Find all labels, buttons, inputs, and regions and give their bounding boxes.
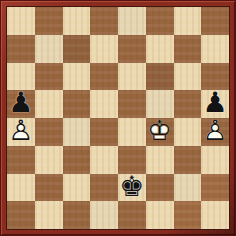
square-g6[interactable] [174, 63, 202, 91]
square-e7[interactable] [118, 35, 146, 63]
square-d3[interactable] [90, 146, 118, 174]
square-d4[interactable] [90, 118, 118, 146]
white-pawn-outline: ♙ [8, 117, 33, 145]
square-a3[interactable] [7, 146, 35, 174]
square-g3[interactable] [174, 146, 202, 174]
square-h7[interactable] [201, 35, 229, 63]
square-c6[interactable] [63, 63, 91, 91]
square-b3[interactable] [35, 146, 63, 174]
square-d8[interactable] [90, 7, 118, 35]
square-b6[interactable] [35, 63, 63, 91]
square-h4[interactable]: ♟♙ [201, 118, 229, 146]
square-c5[interactable] [63, 90, 91, 118]
square-d2[interactable] [90, 174, 118, 202]
chess-board: ♟♟♟♙♚♔♟♙♚ [7, 7, 229, 229]
square-f8[interactable] [146, 7, 174, 35]
square-g5[interactable] [174, 90, 202, 118]
square-b2[interactable] [35, 174, 63, 202]
square-a1[interactable] [7, 201, 35, 229]
square-b4[interactable] [35, 118, 63, 146]
square-g2[interactable] [174, 174, 202, 202]
white-pawn[interactable]: ♟♙ [7, 118, 35, 146]
square-f2[interactable] [146, 174, 174, 202]
square-b7[interactable] [35, 35, 63, 63]
white-king-outline: ♔ [147, 117, 172, 145]
square-f4[interactable]: ♚♔ [146, 118, 174, 146]
square-a2[interactable] [7, 174, 35, 202]
square-h3[interactable] [201, 146, 229, 174]
white-king[interactable]: ♚♔ [146, 118, 174, 146]
square-c4[interactable] [63, 118, 91, 146]
square-c8[interactable] [63, 7, 91, 35]
square-g8[interactable] [174, 7, 202, 35]
square-a4[interactable]: ♟♙ [7, 118, 35, 146]
square-e2[interactable]: ♚ [118, 174, 146, 202]
square-h8[interactable] [201, 7, 229, 35]
board-frame: ♟♟♟♙♚♔♟♙♚ [0, 0, 236, 236]
square-e8[interactable] [118, 7, 146, 35]
square-c3[interactable] [63, 146, 91, 174]
square-d7[interactable] [90, 35, 118, 63]
square-e6[interactable] [118, 63, 146, 91]
black-king[interactable]: ♚ [118, 174, 146, 202]
square-a8[interactable] [7, 7, 35, 35]
square-b8[interactable] [35, 7, 63, 35]
white-pawn[interactable]: ♟♙ [201, 118, 229, 146]
square-a7[interactable] [7, 35, 35, 63]
square-h1[interactable] [201, 201, 229, 229]
square-e5[interactable] [118, 90, 146, 118]
square-c1[interactable] [63, 201, 91, 229]
square-g1[interactable] [174, 201, 202, 229]
square-e1[interactable] [118, 201, 146, 229]
square-f1[interactable] [146, 201, 174, 229]
square-g4[interactable] [174, 118, 202, 146]
square-g7[interactable] [174, 35, 202, 63]
square-f3[interactable] [146, 146, 174, 174]
square-d5[interactable] [90, 90, 118, 118]
square-e4[interactable] [118, 118, 146, 146]
white-pawn-outline: ♙ [203, 117, 228, 145]
square-d1[interactable] [90, 201, 118, 229]
black-king-glyph: ♚ [119, 173, 144, 201]
square-b5[interactable] [35, 90, 63, 118]
square-c2[interactable] [63, 174, 91, 202]
square-d6[interactable] [90, 63, 118, 91]
square-f7[interactable] [146, 35, 174, 63]
square-f6[interactable] [146, 63, 174, 91]
square-h2[interactable] [201, 174, 229, 202]
square-b1[interactable] [35, 201, 63, 229]
square-c7[interactable] [63, 35, 91, 63]
